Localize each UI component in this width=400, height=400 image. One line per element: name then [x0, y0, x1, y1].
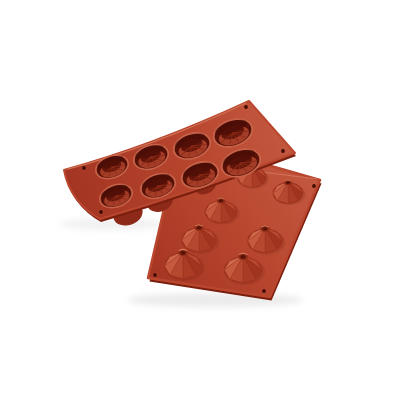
corner-hole — [312, 184, 317, 189]
corner-hole — [153, 273, 158, 278]
silicone-molds-illustration — [0, 0, 400, 400]
corner-hole — [281, 149, 286, 154]
corner-hole — [244, 105, 249, 110]
corner-hole — [262, 289, 267, 294]
product-photo — [0, 0, 400, 400]
corner-hole — [99, 210, 104, 215]
corner-hole — [82, 166, 87, 171]
